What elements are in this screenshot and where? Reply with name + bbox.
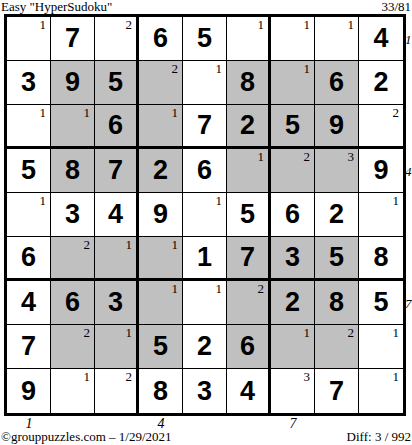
given-digit: 7 xyxy=(65,25,80,52)
cell-r2c4[interactable]: 2 xyxy=(139,61,183,105)
given-digit: 4 xyxy=(240,378,255,405)
pencil-mark: 1 xyxy=(172,106,179,119)
cell-r7c9[interactable]: 5 xyxy=(359,281,403,325)
pencil-mark: 2 xyxy=(84,326,91,339)
cell-r7c2[interactable]: 6 xyxy=(51,281,95,325)
given-digit: 8 xyxy=(153,378,168,405)
pencil-mark: 2 xyxy=(393,106,400,119)
given-digit: 5 xyxy=(108,69,123,96)
cell-r3c9[interactable]: 2 xyxy=(359,105,403,149)
cell-r3c8[interactable]: 9 xyxy=(315,105,359,149)
cell-r8c2[interactable]: 2 xyxy=(51,325,95,369)
cell-r7c6[interactable]: 2 xyxy=(227,281,271,325)
cell-r9c1[interactable]: 9 xyxy=(7,369,51,413)
cell-r6c5[interactable]: 1 xyxy=(183,237,227,281)
cell-r4c1[interactable]: 5 xyxy=(7,149,51,193)
cell-r4c7[interactable]: 2 xyxy=(271,149,315,193)
cell-r8c3[interactable]: 1 xyxy=(95,325,139,369)
pencil-mark: 1 xyxy=(258,150,265,163)
given-digit: 9 xyxy=(153,201,168,228)
cell-r4c8[interactable]: 3 xyxy=(315,149,359,193)
cell-r2c8[interactable]: 6 xyxy=(315,61,359,105)
cell-r3c4[interactable]: 1 xyxy=(139,105,183,149)
cell-r7c4[interactable]: 1 xyxy=(139,281,183,325)
cell-r4c6[interactable]: 1 xyxy=(227,149,271,193)
cell-r7c1[interactable]: 4 xyxy=(7,281,51,325)
given-digit: 7 xyxy=(329,378,344,405)
pencil-mark: 1 xyxy=(40,106,47,119)
cells-remaining-counter: 33/81 xyxy=(381,0,411,14)
pencil-mark: 1 xyxy=(216,194,223,207)
cell-r1c1[interactable]: 1 xyxy=(7,17,51,61)
cell-r2c1[interactable]: 3 xyxy=(7,61,51,105)
pencil-mark: 1 xyxy=(40,18,47,31)
cell-r9c3[interactable]: 2 xyxy=(95,369,139,413)
cell-r9c9[interactable]: 1 xyxy=(359,369,403,413)
row-label-7: 7 xyxy=(405,297,412,310)
given-digit: 8 xyxy=(65,157,80,184)
given-digit: 6 xyxy=(153,25,168,52)
cell-r9c4[interactable]: 8 xyxy=(139,369,183,413)
pencil-mark: 1 xyxy=(40,194,47,207)
pencil-mark: 3 xyxy=(304,370,311,383)
given-digit: 3 xyxy=(197,378,212,405)
pencil-mark: 1 xyxy=(393,194,400,207)
cell-r4c3[interactable]: 7 xyxy=(95,149,139,193)
pencil-mark: 1 xyxy=(172,238,179,251)
given-digit: 6 xyxy=(21,244,36,271)
given-digit: 7 xyxy=(197,112,212,139)
cell-r1c4[interactable]: 6 xyxy=(139,17,183,61)
cell-r2c9[interactable]: 2 xyxy=(359,61,403,105)
given-digit: 6 xyxy=(329,69,344,96)
cell-r8c8[interactable]: 2 xyxy=(315,325,359,369)
cell-r2c7[interactable]: 1 xyxy=(271,61,315,105)
cell-r4c2[interactable]: 8 xyxy=(51,149,95,193)
given-digit: 8 xyxy=(373,244,388,271)
pencil-mark: 1 xyxy=(304,326,311,339)
given-digit: 7 xyxy=(21,333,36,360)
given-digit: 1 xyxy=(197,244,212,271)
cell-r3c1[interactable]: 1 xyxy=(7,105,51,149)
cell-r6c9[interactable]: 8 xyxy=(359,237,403,281)
cell-r8c9[interactable]: 1 xyxy=(359,325,403,369)
pencil-mark: 1 xyxy=(172,282,179,295)
cell-r6c3[interactable]: 1 xyxy=(95,237,139,281)
pencil-mark: 1 xyxy=(216,62,223,75)
pencil-mark: 1 xyxy=(126,238,133,251)
cell-r5c9[interactable]: 1 xyxy=(359,193,403,237)
cell-r1c8[interactable]: 1 xyxy=(315,17,359,61)
pencil-mark: 1 xyxy=(84,370,91,383)
pencil-mark: 1 xyxy=(393,326,400,339)
given-digit: 6 xyxy=(240,333,255,360)
footer: ©grouppuzzles.com – 1/29/2021 Diff: 3 / … xyxy=(0,430,412,444)
cell-r7c5[interactable]: 1 xyxy=(183,281,227,325)
cell-r1c6[interactable]: 1 xyxy=(227,17,271,61)
row-label-1: 1 xyxy=(405,33,412,46)
cell-r6c2[interactable]: 2 xyxy=(51,237,95,281)
cell-r8c1[interactable]: 7 xyxy=(7,325,51,369)
given-digit: 2 xyxy=(197,333,212,360)
pencil-mark: 1 xyxy=(348,18,355,31)
given-digit: 8 xyxy=(329,289,344,316)
given-digit: 9 xyxy=(373,157,388,184)
pencil-mark: 1 xyxy=(216,282,223,295)
given-digit: 6 xyxy=(65,289,80,316)
given-digit: 3 xyxy=(285,244,300,271)
cell-r6c1[interactable]: 6 xyxy=(7,237,51,281)
given-digit: 9 xyxy=(65,69,80,96)
pencil-mark: 2 xyxy=(172,62,179,75)
given-digit: 5 xyxy=(373,289,388,316)
cell-r5c6[interactable]: 5 xyxy=(227,193,271,237)
puzzle-title: Easy "HyperSudoku" xyxy=(1,0,112,14)
given-digit: 2 xyxy=(373,69,388,96)
cell-r9c8[interactable]: 7 xyxy=(315,369,359,413)
cell-r3c5[interactable]: 7 xyxy=(183,105,227,149)
cell-r2c2[interactable]: 9 xyxy=(51,61,95,105)
given-digit: 5 xyxy=(285,112,300,139)
cell-r5c8[interactable]: 2 xyxy=(315,193,359,237)
pencil-mark: 2 xyxy=(348,326,355,339)
cell-r4c9[interactable]: 9 xyxy=(359,149,403,193)
cell-r5c5[interactable]: 1 xyxy=(183,193,227,237)
given-digit: 8 xyxy=(240,69,255,96)
pencil-mark: 2 xyxy=(126,370,133,383)
cell-r8c6[interactable]: 6 xyxy=(227,325,271,369)
col-label-7: 7 xyxy=(290,417,297,431)
cell-r9c7[interactable]: 3 xyxy=(271,369,315,413)
cell-r7c7[interactable]: 2 xyxy=(271,281,315,325)
cell-r1c3[interactable]: 2 xyxy=(95,17,139,61)
cell-r5c7[interactable]: 6 xyxy=(271,193,315,237)
given-digit: 9 xyxy=(329,112,344,139)
given-digit: 3 xyxy=(108,289,123,316)
given-digit: 6 xyxy=(108,112,123,139)
difficulty-text: Diff: 3 / 992 xyxy=(347,430,411,444)
pencil-mark: 1 xyxy=(393,370,400,383)
cell-r1c9[interactable]: 4 xyxy=(359,17,403,61)
given-digit: 5 xyxy=(329,244,344,271)
given-digit: 6 xyxy=(285,201,300,228)
cell-r4c4[interactable]: 2 xyxy=(139,149,183,193)
pencil-mark: 1 xyxy=(84,106,91,119)
cell-r4c5[interactable]: 6 xyxy=(183,149,227,193)
copyright-text: ©grouppuzzles.com – 1/29/2021 xyxy=(1,430,172,444)
given-digit: 4 xyxy=(108,201,123,228)
pencil-mark: 1 xyxy=(258,18,265,31)
cell-r6c8[interactable]: 5 xyxy=(315,237,359,281)
given-digit: 5 xyxy=(153,333,168,360)
given-digit: 2 xyxy=(329,201,344,228)
cell-r7c3[interactable]: 3 xyxy=(95,281,139,325)
row-label-4: 4 xyxy=(405,165,412,178)
cell-r7c8[interactable]: 8 xyxy=(315,281,359,325)
cell-r3c6[interactable]: 2 xyxy=(227,105,271,149)
cell-r5c3[interactable]: 4 xyxy=(95,193,139,237)
given-digit: 2 xyxy=(153,157,168,184)
pencil-mark: 1 xyxy=(126,326,133,339)
cell-r9c2[interactable]: 1 xyxy=(51,369,95,413)
cell-r5c2[interactable]: 3 xyxy=(51,193,95,237)
given-digit: 7 xyxy=(108,157,123,184)
cell-r1c7[interactable]: 1 xyxy=(271,17,315,61)
pencil-mark: 1 xyxy=(304,18,311,31)
cell-r6c6[interactable]: 7 xyxy=(227,237,271,281)
cell-r3c3[interactable]: 6 xyxy=(95,105,139,149)
cell-r3c7[interactable]: 5 xyxy=(271,105,315,149)
given-digit: 3 xyxy=(21,69,36,96)
puzzle-page: Easy "HyperSudoku" 33/81 172651114395218… xyxy=(0,0,412,445)
cell-r3c2[interactable]: 1 xyxy=(51,105,95,149)
pencil-mark: 3 xyxy=(348,150,355,163)
pencil-mark: 1 xyxy=(304,62,311,75)
given-digit: 2 xyxy=(285,289,300,316)
cell-r1c5[interactable]: 5 xyxy=(183,17,227,61)
given-digit: 5 xyxy=(21,157,36,184)
pencil-mark: 2 xyxy=(84,238,91,251)
given-digit: 5 xyxy=(197,25,212,52)
cell-r5c4[interactable]: 9 xyxy=(139,193,183,237)
pencil-mark: 2 xyxy=(304,150,311,163)
given-digit: 7 xyxy=(240,244,255,271)
header: Easy "HyperSudoku" 33/81 xyxy=(0,0,412,14)
cell-r2c3[interactable]: 5 xyxy=(95,61,139,105)
given-digit: 3 xyxy=(65,201,80,228)
cell-r6c4[interactable]: 1 xyxy=(139,237,183,281)
pencil-mark: 2 xyxy=(258,282,265,295)
given-digit: 5 xyxy=(240,201,255,228)
sudoku-board: 1726511143952181621161725925872612391349… xyxy=(4,14,406,416)
cell-r1c2[interactable]: 7 xyxy=(51,17,95,61)
cell-r2c5[interactable]: 1 xyxy=(183,61,227,105)
given-digit: 6 xyxy=(197,157,212,184)
cell-r8c4[interactable]: 5 xyxy=(139,325,183,369)
given-digit: 4 xyxy=(373,25,388,52)
cell-r8c5[interactable]: 2 xyxy=(183,325,227,369)
cell-r5c1[interactable]: 1 xyxy=(7,193,51,237)
given-digit: 4 xyxy=(21,289,36,316)
cell-r8c7[interactable]: 1 xyxy=(271,325,315,369)
cell-r6c7[interactable]: 3 xyxy=(271,237,315,281)
cell-r9c6[interactable]: 4 xyxy=(227,369,271,413)
pencil-mark: 2 xyxy=(126,18,133,31)
cell-r2c6[interactable]: 8 xyxy=(227,61,271,105)
given-digit: 9 xyxy=(21,378,36,405)
given-digit: 2 xyxy=(240,112,255,139)
cell-r9c5[interactable]: 3 xyxy=(183,369,227,413)
